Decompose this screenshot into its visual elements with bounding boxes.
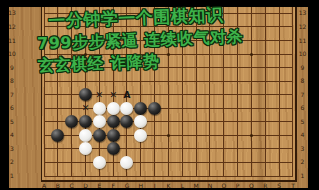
grid-horizontal-line <box>44 162 294 163</box>
video-frame: ABCDEFGHJKLMNOPQRST112233445566778899101… <box>0 0 319 190</box>
grid-vertical-line <box>154 7 155 177</box>
grid-vertical-line <box>292 7 293 177</box>
black-stone <box>107 115 120 128</box>
black-stone <box>65 115 78 128</box>
grid-horizontal-line <box>44 176 294 177</box>
star-point <box>250 53 253 56</box>
black-stone <box>120 115 133 128</box>
grid-vertical-line <box>209 7 210 177</box>
white-stone <box>93 115 106 128</box>
grid-vertical-line <box>251 7 252 177</box>
grid-vertical-line <box>182 7 183 177</box>
x-mark: ✕ <box>107 89 119 101</box>
grid-vertical-line <box>140 7 141 177</box>
board-border-left <box>41 7 43 182</box>
grid-horizontal-line <box>44 26 294 27</box>
point-label-a: A <box>121 89 133 101</box>
grid-vertical-line <box>223 7 224 177</box>
grid-vertical-line <box>279 7 280 177</box>
white-stone <box>93 102 106 115</box>
grid-horizontal-line <box>44 67 294 68</box>
star-point <box>84 53 87 56</box>
black-stone <box>107 142 120 155</box>
grid-vertical-line <box>237 7 238 177</box>
star-point <box>250 134 253 137</box>
black-stone <box>148 102 161 115</box>
grid-vertical-line <box>168 7 169 177</box>
black-stone <box>107 129 120 142</box>
grid-horizontal-line <box>44 40 294 41</box>
white-stone <box>79 142 92 155</box>
white-stone <box>120 102 133 115</box>
grid-vertical-line <box>71 7 72 177</box>
x-mark: ✕ <box>79 102 91 114</box>
letterbox-bottom <box>0 188 319 190</box>
x-mark: ✕ <box>93 89 105 101</box>
letterbox-top <box>0 0 319 7</box>
go-board-layer: ABCDEFGHJKLMNOPQRST112233445566778899101… <box>0 0 319 190</box>
grid-horizontal-line <box>44 13 294 14</box>
grid-vertical-line <box>44 7 45 177</box>
black-stone <box>134 102 147 115</box>
grid-vertical-line <box>57 7 58 177</box>
black-stone <box>79 115 92 128</box>
black-stone <box>93 129 106 142</box>
letterbox-left <box>0 0 9 190</box>
grid-vertical-line <box>265 7 266 177</box>
star-point <box>167 53 170 56</box>
letterbox-right <box>308 0 319 190</box>
white-stone <box>93 156 106 169</box>
black-stone <box>51 129 64 142</box>
white-stone <box>134 115 147 128</box>
white-stone <box>107 102 120 115</box>
grid-vertical-line <box>196 7 197 177</box>
white-stone <box>134 129 147 142</box>
star-point <box>167 134 170 137</box>
black-stone <box>79 88 92 101</box>
grid-horizontal-line <box>44 81 294 82</box>
white-stone <box>120 156 133 169</box>
white-stone <box>79 129 92 142</box>
